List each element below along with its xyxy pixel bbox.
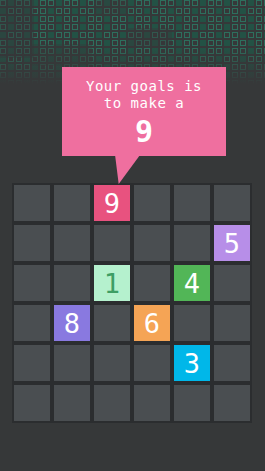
tile-6[interactable]: 6 bbox=[134, 305, 170, 341]
board-cell-r4c1[interactable] bbox=[14, 305, 50, 341]
board-cell-r1c2[interactable] bbox=[54, 185, 90, 221]
tile-4[interactable]: 4 bbox=[174, 265, 210, 301]
board-cell-r2c4[interactable] bbox=[134, 225, 170, 261]
board-cell-r5c2[interactable] bbox=[54, 345, 90, 381]
board-cell-r1c6[interactable] bbox=[214, 185, 250, 221]
board-cell-r1c4[interactable] bbox=[134, 185, 170, 221]
board-cell-r3c1[interactable] bbox=[14, 265, 50, 301]
board-cell-r4c5[interactable] bbox=[174, 305, 210, 341]
goal-text-line1: Your goals is bbox=[62, 78, 226, 95]
goal-bubble: Your goals is to make a 9 bbox=[62, 67, 226, 156]
game-board: 9514863 bbox=[12, 183, 252, 423]
board-cell-r1c1[interactable] bbox=[14, 185, 50, 221]
board-cell-r2c1[interactable] bbox=[14, 225, 50, 261]
board-cell-r6c3[interactable] bbox=[94, 385, 130, 421]
board-cell-r4c6[interactable] bbox=[214, 305, 250, 341]
goal-target-number: 9 bbox=[62, 115, 226, 149]
board-cell-r5c1[interactable] bbox=[14, 345, 50, 381]
board-cell-r6c2[interactable] bbox=[54, 385, 90, 421]
board-cell-r6c1[interactable] bbox=[14, 385, 50, 421]
board-cell-r6c6[interactable] bbox=[214, 385, 250, 421]
board-cell-r5c3[interactable] bbox=[94, 345, 130, 381]
board-cell-r5c6[interactable] bbox=[214, 345, 250, 381]
board-cell-r6c4[interactable] bbox=[134, 385, 170, 421]
tile-3[interactable]: 3 bbox=[174, 345, 210, 381]
tile-1[interactable]: 1 bbox=[94, 265, 130, 301]
board-cell-r2c5[interactable] bbox=[174, 225, 210, 261]
board-cell-r3c6[interactable] bbox=[214, 265, 250, 301]
board-cell-r1c5[interactable] bbox=[174, 185, 210, 221]
board-cell-r4c3[interactable] bbox=[94, 305, 130, 341]
board-cell-r2c3[interactable] bbox=[94, 225, 130, 261]
board-cell-r3c2[interactable] bbox=[54, 265, 90, 301]
board-cell-r5c4[interactable] bbox=[134, 345, 170, 381]
goal-bubble-tail-icon bbox=[114, 155, 140, 184]
board-cell-r6c5[interactable] bbox=[174, 385, 210, 421]
tile-8[interactable]: 8 bbox=[54, 305, 90, 341]
tile-5[interactable]: 5 bbox=[214, 225, 250, 261]
tile-9[interactable]: 9 bbox=[94, 185, 130, 221]
goal-text-line2: to make a bbox=[62, 95, 226, 112]
board-cell-r2c2[interactable] bbox=[54, 225, 90, 261]
board-cell-r3c4[interactable] bbox=[134, 265, 170, 301]
